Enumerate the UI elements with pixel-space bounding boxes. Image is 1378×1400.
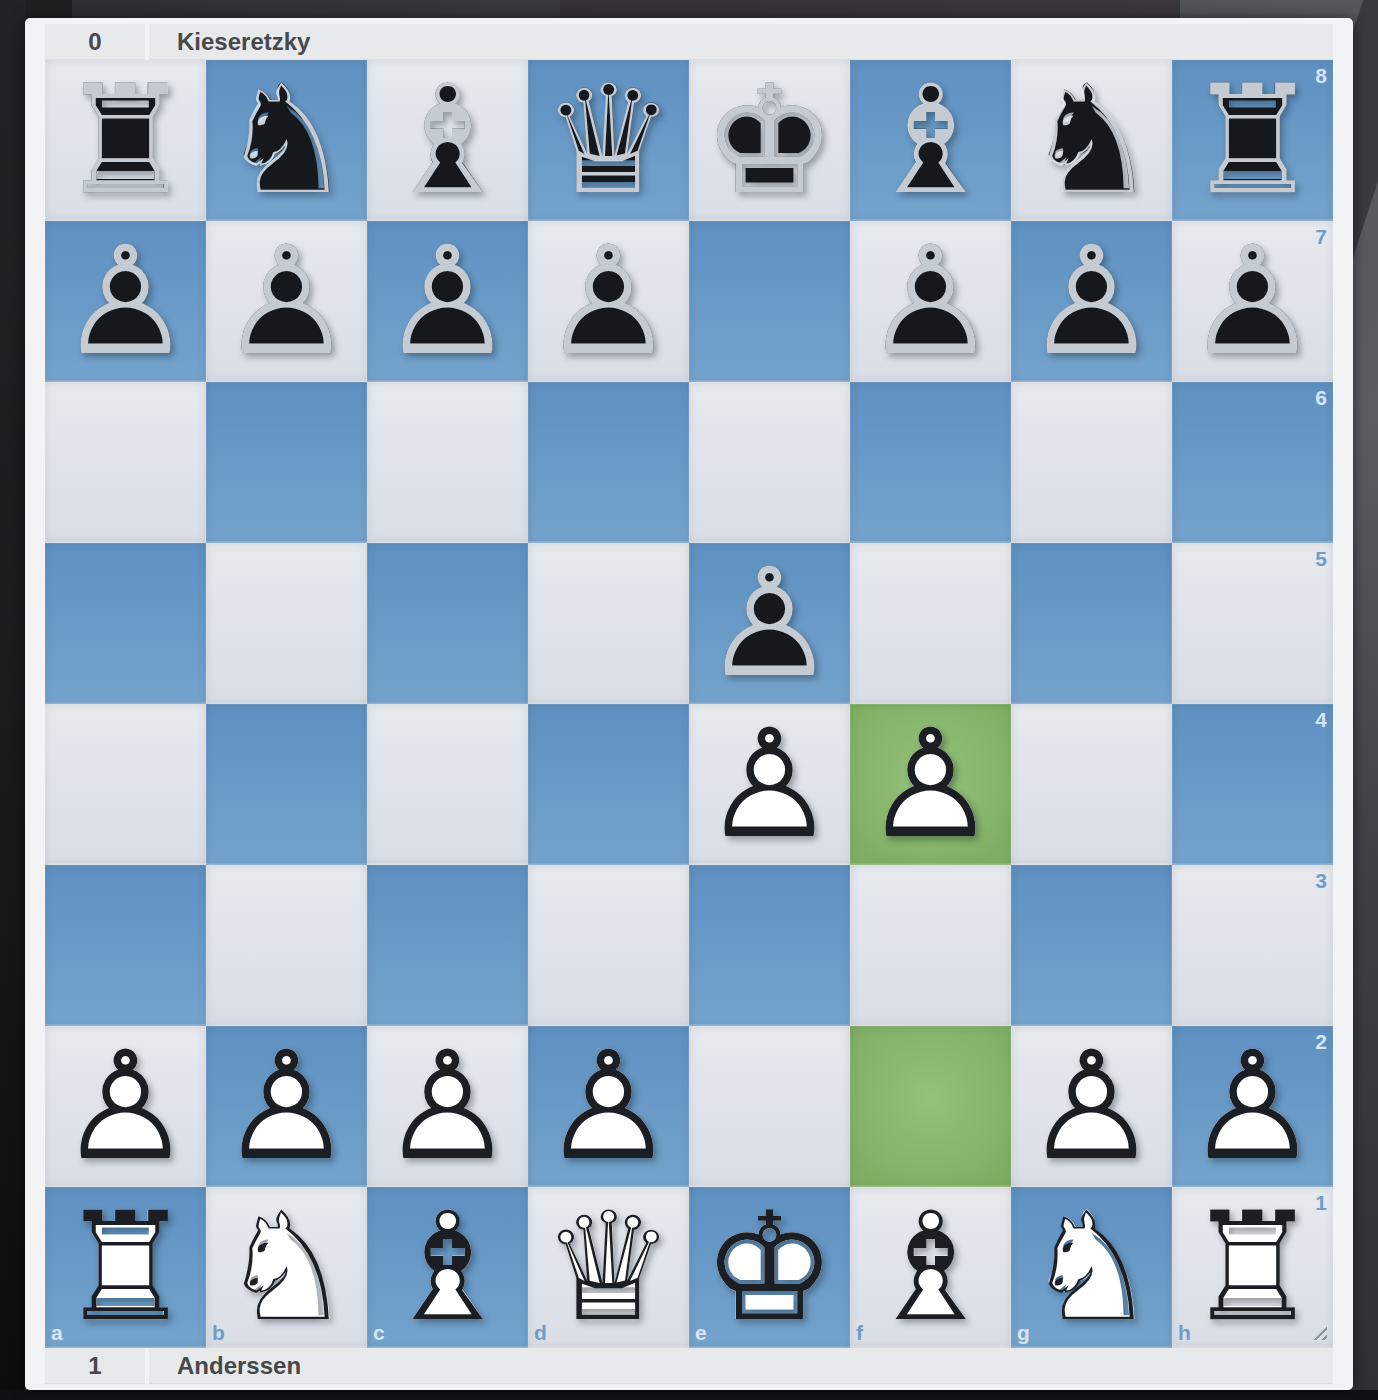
piece-black-pawn[interactable]: ♟♙ xyxy=(367,221,528,382)
piece-glyph-outline: ♙ xyxy=(689,704,850,865)
piece-white-rook[interactable]: ♜♖ xyxy=(1172,1187,1333,1348)
square-b1[interactable]: ♞♘b xyxy=(206,1187,367,1348)
square-d3[interactable] xyxy=(528,865,689,1026)
file-label-h: h xyxy=(1178,1322,1191,1343)
square-g4[interactable] xyxy=(1011,704,1172,865)
square-c7[interactable]: ♟♙ xyxy=(367,221,528,382)
square-g5[interactable] xyxy=(1011,543,1172,704)
piece-glyph-outline: ♙ xyxy=(1172,221,1333,382)
square-h8[interactable]: ♜♖8 xyxy=(1172,60,1333,221)
square-h5[interactable]: 5 xyxy=(1172,543,1333,704)
square-d1[interactable]: ♛♕d xyxy=(528,1187,689,1348)
piece-black-knight[interactable]: ♞♘ xyxy=(206,60,367,221)
piece-black-bishop[interactable]: ♝♗ xyxy=(850,60,1011,221)
square-g8[interactable]: ♞♘ xyxy=(1011,60,1172,221)
square-c4[interactable] xyxy=(367,704,528,865)
piece-glyph-outline: ♘ xyxy=(206,60,367,221)
piece-black-pawn[interactable]: ♟♙ xyxy=(1172,221,1333,382)
piece-glyph-outline: ♙ xyxy=(850,221,1011,382)
square-h3[interactable]: 3 xyxy=(1172,865,1333,1026)
square-f1[interactable]: ♝♗f xyxy=(850,1187,1011,1348)
piece-glyph-outline: ♙ xyxy=(206,221,367,382)
piece-white-pawn[interactable]: ♟♙ xyxy=(1172,1026,1333,1187)
square-c1[interactable]: ♝♗c xyxy=(367,1187,528,1348)
square-e2[interactable] xyxy=(689,1026,850,1187)
piece-white-bishop[interactable]: ♝♗ xyxy=(367,1187,528,1348)
piece-glyph-outline: ♗ xyxy=(367,1187,528,1348)
piece-black-knight[interactable]: ♞♘ xyxy=(1011,60,1172,221)
square-f3[interactable] xyxy=(850,865,1011,1026)
file-label-e: e xyxy=(695,1322,707,1343)
square-g7[interactable]: ♟♙ xyxy=(1011,221,1172,382)
piece-white-pawn[interactable]: ♟♙ xyxy=(689,704,850,865)
chess-board: ♜♖♞♘♝♗♛♕♚♔♝♗♞♘♜♖8♟♙♟♙♟♙♟♙♟♙♟♙♟♙76♟♙5♟♙♟♙… xyxy=(45,60,1333,1348)
piece-glyph-outline: ♙ xyxy=(206,1026,367,1187)
rank-label-6: 6 xyxy=(1315,387,1327,408)
square-a5[interactable] xyxy=(45,543,206,704)
rank-label-8: 8 xyxy=(1315,65,1327,86)
piece-glyph-outline: ♔ xyxy=(689,1187,850,1348)
rank-label-1: 1 xyxy=(1315,1192,1327,1213)
square-b2[interactable]: ♟♙ xyxy=(206,1026,367,1187)
piece-glyph-outline: ♔ xyxy=(689,60,850,221)
chess-window: 0 Kieseretzky ♜♖♞♘♝♗♛♕♚♔♝♗♞♘♜♖8♟♙♟♙♟♙♟♙♟… xyxy=(25,18,1353,1390)
rank-label-4: 4 xyxy=(1315,709,1327,730)
piece-glyph-outline: ♙ xyxy=(850,704,1011,865)
piece-black-pawn[interactable]: ♟♙ xyxy=(689,543,850,704)
square-d2[interactable]: ♟♙ xyxy=(528,1026,689,1187)
square-c5[interactable] xyxy=(367,543,528,704)
square-e6[interactable] xyxy=(689,382,850,543)
square-f2[interactable] xyxy=(850,1026,1011,1187)
file-label-c: c xyxy=(373,1322,385,1343)
piece-glyph-outline: ♙ xyxy=(528,221,689,382)
piece-white-queen[interactable]: ♛♕ xyxy=(528,1187,689,1348)
square-g2[interactable]: ♟♙ xyxy=(1011,1026,1172,1187)
file-label-a: a xyxy=(51,1322,63,1343)
square-e4[interactable]: ♟♙ xyxy=(689,704,850,865)
piece-glyph-outline: ♕ xyxy=(528,1187,689,1348)
piece-black-pawn[interactable]: ♟♙ xyxy=(206,221,367,382)
square-e5[interactable]: ♟♙ xyxy=(689,543,850,704)
piece-white-rook[interactable]: ♜♖ xyxy=(45,1187,206,1348)
rank-label-3: 3 xyxy=(1315,870,1327,891)
piece-glyph-outline: ♙ xyxy=(45,221,206,382)
piece-black-rook[interactable]: ♜♖ xyxy=(45,60,206,221)
piece-white-bishop[interactable]: ♝♗ xyxy=(850,1187,1011,1348)
square-e1[interactable]: ♚♔e xyxy=(689,1187,850,1348)
square-d4[interactable] xyxy=(528,704,689,865)
piece-black-pawn[interactable]: ♟♙ xyxy=(1011,221,1172,382)
square-h6[interactable]: 6 xyxy=(1172,382,1333,543)
file-label-b: b xyxy=(212,1322,225,1343)
desktop-background-bottom xyxy=(0,1390,1378,1400)
piece-black-bishop[interactable]: ♝♗ xyxy=(367,60,528,221)
piece-white-pawn[interactable]: ♟♙ xyxy=(45,1026,206,1187)
piece-white-pawn[interactable]: ♟♙ xyxy=(1011,1026,1172,1187)
square-b6[interactable] xyxy=(206,382,367,543)
piece-glyph-outline: ♙ xyxy=(1011,221,1172,382)
rank-label-2: 2 xyxy=(1315,1031,1327,1052)
desktop-background-shape xyxy=(560,0,1180,20)
square-e7[interactable] xyxy=(689,221,850,382)
piece-glyph-outline: ♖ xyxy=(1172,60,1333,221)
file-label-g: g xyxy=(1017,1322,1030,1343)
square-f8[interactable]: ♝♗ xyxy=(850,60,1011,221)
square-g6[interactable] xyxy=(1011,382,1172,543)
piece-glyph-outline: ♗ xyxy=(850,1187,1011,1348)
piece-glyph-outline: ♙ xyxy=(528,1026,689,1187)
square-f5[interactable] xyxy=(850,543,1011,704)
piece-glyph-outline: ♖ xyxy=(45,1187,206,1348)
square-b3[interactable] xyxy=(206,865,367,1026)
square-a1[interactable]: ♜♖a xyxy=(45,1187,206,1348)
piece-glyph-outline: ♗ xyxy=(850,60,1011,221)
square-a3[interactable] xyxy=(45,865,206,1026)
square-a2[interactable]: ♟♙ xyxy=(45,1026,206,1187)
square-f6[interactable] xyxy=(850,382,1011,543)
square-f4[interactable]: ♟♙ xyxy=(850,704,1011,865)
square-d7[interactable]: ♟♙ xyxy=(528,221,689,382)
square-a7[interactable]: ♟♙ xyxy=(45,221,206,382)
piece-glyph-outline: ♘ xyxy=(1011,1187,1172,1348)
piece-white-pawn[interactable]: ♟♙ xyxy=(367,1026,528,1187)
square-h4[interactable]: 4 xyxy=(1172,704,1333,865)
rank-label-5: 5 xyxy=(1315,548,1327,569)
piece-white-pawn[interactable]: ♟♙ xyxy=(528,1026,689,1187)
piece-glyph-outline: ♕ xyxy=(528,60,689,221)
piece-glyph-outline: ♙ xyxy=(1172,1026,1333,1187)
square-b8[interactable]: ♞♘ xyxy=(206,60,367,221)
piece-white-knight[interactable]: ♞♘ xyxy=(206,1187,367,1348)
square-a4[interactable] xyxy=(45,704,206,865)
square-a8[interactable]: ♜♖ xyxy=(45,60,206,221)
square-e8[interactable]: ♚♔ xyxy=(689,60,850,221)
piece-white-king[interactable]: ♚♔ xyxy=(689,1187,850,1348)
piece-white-pawn[interactable]: ♟♙ xyxy=(850,704,1011,865)
piece-glyph-outline: ♙ xyxy=(689,543,850,704)
piece-white-pawn[interactable]: ♟♙ xyxy=(206,1026,367,1187)
rank-label-7: 7 xyxy=(1315,226,1327,247)
piece-glyph-outline: ♗ xyxy=(367,60,528,221)
piece-black-pawn[interactable]: ♟♙ xyxy=(45,221,206,382)
square-a6[interactable] xyxy=(45,382,206,543)
square-c6[interactable] xyxy=(367,382,528,543)
piece-black-king[interactable]: ♚♔ xyxy=(689,60,850,221)
square-b4[interactable] xyxy=(206,704,367,865)
square-d5[interactable] xyxy=(528,543,689,704)
piece-black-pawn[interactable]: ♟♙ xyxy=(528,221,689,382)
square-d8[interactable]: ♛♕ xyxy=(528,60,689,221)
piece-glyph-outline: ♖ xyxy=(1172,1187,1333,1348)
square-d6[interactable] xyxy=(528,382,689,543)
square-g1[interactable]: ♞♘g xyxy=(1011,1187,1172,1348)
square-g3[interactable] xyxy=(1011,865,1172,1026)
piece-white-knight[interactable]: ♞♘ xyxy=(1011,1187,1172,1348)
file-label-f: f xyxy=(856,1322,863,1343)
square-c8[interactable]: ♝♗ xyxy=(367,60,528,221)
piece-glyph-outline: ♘ xyxy=(1011,60,1172,221)
desktop-background-left xyxy=(0,0,25,1400)
piece-glyph-outline: ♙ xyxy=(45,1026,206,1187)
piece-glyph-outline: ♖ xyxy=(45,60,206,221)
square-h2[interactable]: ♟♙2 xyxy=(1172,1026,1333,1187)
square-b7[interactable]: ♟♙ xyxy=(206,221,367,382)
square-h7[interactable]: ♟♙7 xyxy=(1172,221,1333,382)
square-c2[interactable]: ♟♙ xyxy=(367,1026,528,1187)
piece-black-rook[interactable]: ♜♖ xyxy=(1172,60,1333,221)
piece-glyph-outline: ♙ xyxy=(367,221,528,382)
square-b5[interactable] xyxy=(206,543,367,704)
piece-glyph-outline: ♙ xyxy=(1011,1026,1172,1187)
piece-black-pawn[interactable]: ♟♙ xyxy=(850,221,1011,382)
square-h1[interactable]: ♜♖1h xyxy=(1172,1187,1333,1348)
square-f7[interactable]: ♟♙ xyxy=(850,221,1011,382)
piece-glyph-outline: ♘ xyxy=(206,1187,367,1348)
square-c3[interactable] xyxy=(367,865,528,1026)
file-label-d: d xyxy=(534,1322,547,1343)
piece-black-queen[interactable]: ♛♕ xyxy=(528,60,689,221)
piece-glyph-outline: ♙ xyxy=(367,1026,528,1187)
square-e3[interactable] xyxy=(689,865,850,1026)
